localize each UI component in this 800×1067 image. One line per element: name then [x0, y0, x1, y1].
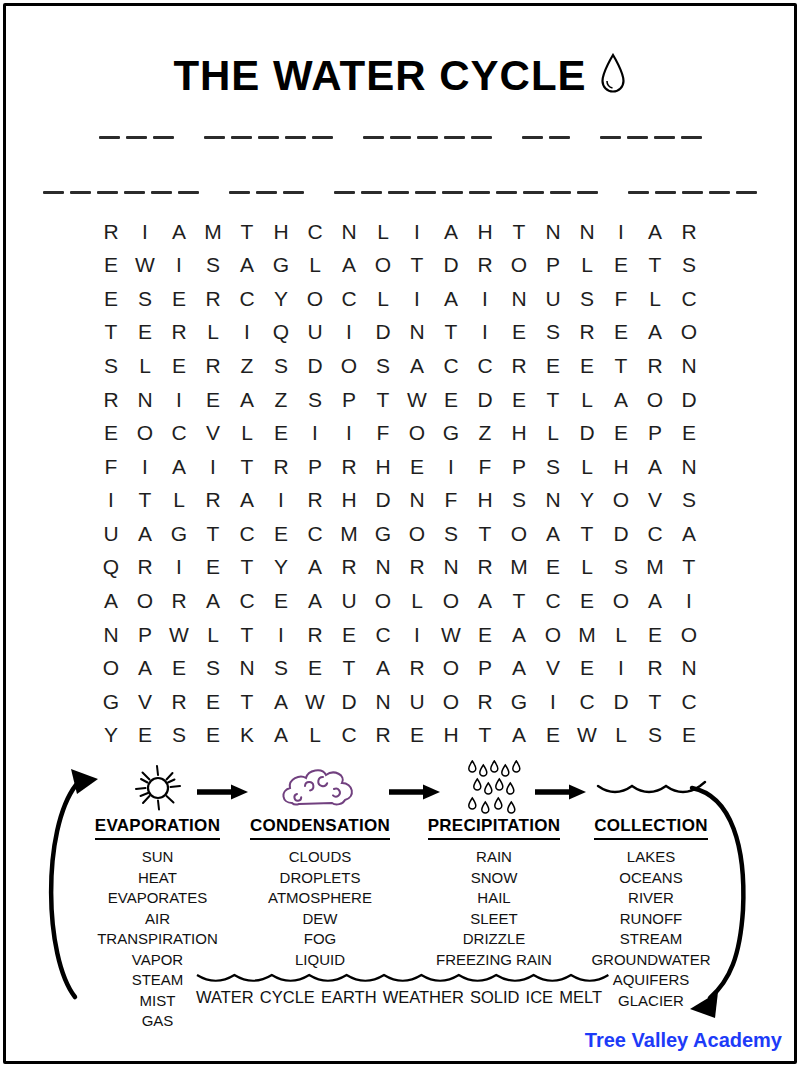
- blank-dash: [655, 191, 676, 194]
- grid-cell: T: [400, 249, 434, 283]
- word-list-item: DEW: [268, 909, 372, 930]
- grid-cell: G: [94, 685, 128, 719]
- grid-cell: I: [400, 215, 434, 249]
- category-header: EVAPORATION: [95, 816, 220, 840]
- grid-cell: C: [570, 685, 604, 719]
- grid-cell: W: [434, 618, 468, 652]
- grid-cell: T: [332, 651, 366, 685]
- grid-cell: A: [502, 651, 536, 685]
- grid-cell: P: [502, 450, 536, 484]
- grid-cell: T: [230, 551, 264, 585]
- grid-cell: E: [162, 349, 196, 383]
- grid-cell: A: [298, 551, 332, 585]
- blank-dash: [124, 191, 145, 194]
- grid-cell: N: [672, 450, 706, 484]
- grid-cell: Y: [94, 718, 128, 752]
- grid-cell: P: [298, 450, 332, 484]
- grid-cell: N: [128, 383, 162, 417]
- grid-cell: N: [672, 349, 706, 383]
- grid-cell: S: [638, 718, 672, 752]
- blank-dash: [99, 136, 120, 139]
- blank-word: [229, 191, 304, 194]
- grid-cell: T: [672, 551, 706, 585]
- extra-word: WATER: [196, 988, 254, 1007]
- grid-cell: C: [536, 584, 570, 618]
- blank-dash: [178, 191, 199, 194]
- right-arrow-icon: [196, 784, 248, 804]
- grid-cell: D: [298, 349, 332, 383]
- grid-cell: E: [502, 316, 536, 350]
- grid-cell: P: [536, 249, 570, 283]
- grid-cell: O: [502, 517, 536, 551]
- grid-cell: T: [230, 685, 264, 719]
- grid-cell: N: [536, 215, 570, 249]
- extra-word: ICE: [526, 988, 554, 1007]
- grid-cell: T: [366, 383, 400, 417]
- grid-cell: I: [332, 316, 366, 350]
- grid-cell: A: [604, 383, 638, 417]
- blank-dash: [654, 136, 675, 139]
- grid-cell: H: [502, 416, 536, 450]
- blank-dash: [736, 191, 757, 194]
- grid-cell: P: [128, 618, 162, 652]
- blank-dash: [285, 136, 306, 139]
- grid-cell: H: [468, 215, 502, 249]
- grid-cell: E: [604, 316, 638, 350]
- grid-cell: L: [570, 551, 604, 585]
- grid-cell: E: [196, 383, 230, 417]
- grid-cell: O: [536, 618, 570, 652]
- grid-cell: T: [536, 383, 570, 417]
- grid-cell: G: [366, 517, 400, 551]
- grid-cell: I: [400, 618, 434, 652]
- grid-cell: T: [230, 450, 264, 484]
- blank-dash: [334, 191, 355, 194]
- grid-cell: A: [128, 651, 162, 685]
- grid-cell: W: [162, 618, 196, 652]
- blank-dash: [256, 191, 277, 194]
- blank-dash: [471, 136, 492, 139]
- grid-cell: A: [298, 584, 332, 618]
- grid-cell: E: [94, 416, 128, 450]
- grid-cell: I: [162, 551, 196, 585]
- word-list-item: SLEET: [436, 909, 552, 930]
- title-row: THE WATER CYCLE: [0, 52, 800, 100]
- blank-dash: [126, 136, 147, 139]
- blank-dash: [628, 191, 649, 194]
- grid-cell: A: [230, 249, 264, 283]
- grid-cell: F: [604, 282, 638, 316]
- grid-cell: R: [570, 316, 604, 350]
- grid-cell: L: [366, 215, 400, 249]
- grid-cell: T: [468, 718, 502, 752]
- grid-cell: A: [502, 718, 536, 752]
- grid-cell: D: [366, 484, 400, 518]
- grid-cell: C: [332, 282, 366, 316]
- grid-cell: R: [400, 551, 434, 585]
- grid-cell: E: [468, 618, 502, 652]
- blank-word: [334, 191, 598, 194]
- grid-cell: E: [264, 517, 298, 551]
- word-list-item: TRANSPIRATION: [97, 929, 218, 950]
- grid-cell: I: [128, 450, 162, 484]
- grid-cell: E: [298, 651, 332, 685]
- blank-dash: [417, 136, 438, 139]
- grid-cell: E: [434, 383, 468, 417]
- grid-cell: R: [298, 484, 332, 518]
- grid-cell: G: [434, 416, 468, 450]
- grid-cell: O: [604, 484, 638, 518]
- grid-cell: O: [332, 349, 366, 383]
- blank-dash: [97, 191, 118, 194]
- grid-cell: I: [468, 282, 502, 316]
- blank-dash: [312, 136, 333, 139]
- extra-word: WEATHER: [383, 988, 464, 1007]
- grid-cell: N: [570, 215, 604, 249]
- blank-dash: [231, 136, 252, 139]
- grid-cell: T: [196, 517, 230, 551]
- grid-cell: A: [94, 584, 128, 618]
- grid-cell: K: [230, 718, 264, 752]
- grid-cell: C: [230, 282, 264, 316]
- grid-cell: L: [298, 718, 332, 752]
- grid-cell: U: [400, 685, 434, 719]
- grid-cell: S: [536, 316, 570, 350]
- grid-cell: L: [230, 416, 264, 450]
- grid-cell: E: [672, 718, 706, 752]
- grid-cell: R: [468, 551, 502, 585]
- word-list-item: SUN: [97, 847, 218, 868]
- grid-cell: R: [162, 685, 196, 719]
- grid-cell: S: [434, 517, 468, 551]
- grid-cell: C: [230, 584, 264, 618]
- grid-cell: N: [400, 316, 434, 350]
- word-list-item: CLOUDS: [268, 847, 372, 868]
- grid-cell: R: [400, 651, 434, 685]
- word-list-item: GAS: [97, 1011, 218, 1032]
- grid-cell: C: [672, 282, 706, 316]
- grid-cell: C: [638, 517, 672, 551]
- blank-dash: [442, 191, 463, 194]
- grid-cell: M: [638, 551, 672, 585]
- grid-cell: A: [196, 584, 230, 618]
- grid-cell: Y: [264, 282, 298, 316]
- grid-cell: T: [502, 215, 536, 249]
- blank-dash: [258, 136, 279, 139]
- blank-dash: [469, 191, 490, 194]
- grid-cell: E: [332, 618, 366, 652]
- grid-cell: G: [264, 249, 298, 283]
- grid-cell: R: [332, 450, 366, 484]
- grid-cell: I: [264, 484, 298, 518]
- grid-cell: E: [162, 282, 196, 316]
- cloud-icon: [278, 762, 362, 814]
- grid-cell: L: [604, 618, 638, 652]
- grid-cell: C: [468, 349, 502, 383]
- grid-cell: I: [264, 618, 298, 652]
- grid-cell: Y: [264, 551, 298, 585]
- blank-dash: [627, 136, 648, 139]
- grid-cell: O: [502, 249, 536, 283]
- grid-cell: M: [502, 551, 536, 585]
- grid-cell: R: [366, 718, 400, 752]
- fill-in-line-1: [0, 136, 800, 139]
- grid-cell: M: [332, 517, 366, 551]
- grid-cell: E: [536, 349, 570, 383]
- blank-dash: [361, 191, 382, 194]
- grid-cell: S: [94, 349, 128, 383]
- word-list-item: LIQUID: [268, 950, 372, 971]
- grid-cell: A: [366, 651, 400, 685]
- grid-cell: L: [604, 718, 638, 752]
- grid-cell: R: [332, 551, 366, 585]
- blank-dash: [523, 191, 544, 194]
- grid-cell: E: [502, 383, 536, 417]
- grid-cell: Z: [230, 349, 264, 383]
- grid-cell: D: [468, 383, 502, 417]
- blank-dash: [283, 191, 304, 194]
- blank-dash: [388, 191, 409, 194]
- grid-cell: R: [298, 618, 332, 652]
- blank-dash: [600, 136, 621, 139]
- blank-word: [43, 191, 199, 194]
- grid-cell: N: [332, 215, 366, 249]
- grid-cell: V: [196, 416, 230, 450]
- grid-cell: S: [536, 450, 570, 484]
- grid-cell: T: [638, 249, 672, 283]
- grid-cell: A: [502, 618, 536, 652]
- grid-cell: O: [400, 517, 434, 551]
- grid-cell: D: [604, 685, 638, 719]
- right-arrow-icon: [388, 784, 440, 804]
- grid-cell: E: [570, 349, 604, 383]
- blank-dash: [229, 191, 250, 194]
- grid-cell: E: [128, 718, 162, 752]
- grid-cell: O: [672, 316, 706, 350]
- grid-cell: I: [162, 383, 196, 417]
- grid-cell: D: [332, 685, 366, 719]
- grid-cell: O: [400, 416, 434, 450]
- grid-cell: R: [264, 450, 298, 484]
- word-list-item: VAPOR: [97, 950, 218, 971]
- grid-cell: E: [128, 316, 162, 350]
- grid-cell: I: [230, 316, 264, 350]
- grid-cell: C: [162, 416, 196, 450]
- grid-cell: E: [604, 416, 638, 450]
- grid-cell: I: [94, 484, 128, 518]
- grid-cell: N: [366, 551, 400, 585]
- grid-cell: O: [298, 282, 332, 316]
- credit-text: Tree Valley Academy: [585, 1029, 782, 1052]
- grid-cell: T: [468, 517, 502, 551]
- blank-dash: [444, 136, 465, 139]
- grid-cell: E: [94, 249, 128, 283]
- grid-cell: R: [94, 215, 128, 249]
- grid-cell: A: [638, 215, 672, 249]
- grid-cell: I: [604, 651, 638, 685]
- grid-cell: S: [672, 484, 706, 518]
- grid-cell: E: [196, 685, 230, 719]
- grid-cell: V: [638, 484, 672, 518]
- grid-cell: A: [672, 517, 706, 551]
- grid-cell: F: [94, 450, 128, 484]
- word-list-item: AIR: [97, 909, 218, 930]
- grid-cell: A: [638, 450, 672, 484]
- grid-cell: P: [638, 416, 672, 450]
- grid-cell: U: [332, 584, 366, 618]
- blank-dash: [390, 136, 411, 139]
- grid-cell: I: [468, 316, 502, 350]
- blank-dash: [709, 191, 730, 194]
- word-list-item: ATMOSPHERE: [268, 888, 372, 909]
- grid-cell: Q: [94, 551, 128, 585]
- blank-dash: [549, 136, 570, 139]
- grid-cell: R: [638, 349, 672, 383]
- grid-cell: I: [332, 416, 366, 450]
- blank-word: [363, 136, 492, 139]
- grid-cell: L: [196, 618, 230, 652]
- grid-cell: R: [162, 584, 196, 618]
- grid-cell: D: [434, 249, 468, 283]
- rain-icon: [465, 762, 523, 814]
- grid-cell: A: [468, 584, 502, 618]
- word-list-item: RAIN: [436, 847, 552, 868]
- blank-word: [628, 191, 757, 194]
- fill-in-line-2: [0, 191, 800, 194]
- grid-cell: C: [434, 349, 468, 383]
- grid-cell: U: [298, 316, 332, 350]
- grid-cell: L: [162, 484, 196, 518]
- cycle-column-condensation: CONDENSATION CLOUDSDROPLETSATMOSPHEREDEW…: [237, 762, 403, 970]
- grid-cell: H: [604, 450, 638, 484]
- grid-cell: C: [672, 685, 706, 719]
- grid-cell: H: [366, 450, 400, 484]
- word-list-item: FREEZING RAIN: [436, 950, 552, 971]
- grid-cell: S: [502, 484, 536, 518]
- grid-cell: I: [672, 584, 706, 618]
- extra-word: SOLID: [470, 988, 520, 1007]
- grid-cell: D: [570, 416, 604, 450]
- extra-word: EARTH: [321, 988, 377, 1007]
- grid-cell: L: [570, 249, 604, 283]
- extra-word: CYCLE: [260, 988, 315, 1007]
- word-list-item: EVAPORATES: [97, 888, 218, 909]
- word-list-item: SNOW: [436, 868, 552, 889]
- grid-cell: E: [638, 618, 672, 652]
- grid-cell: T: [230, 618, 264, 652]
- grid-cell: O: [604, 584, 638, 618]
- word-list-item: HEAT: [97, 868, 218, 889]
- grid-cell: I: [604, 215, 638, 249]
- sun-icon: [130, 762, 186, 814]
- grid-cell: I: [128, 215, 162, 249]
- grid-cell: A: [162, 450, 196, 484]
- blank-dash: [522, 136, 543, 139]
- grid-cell: S: [570, 282, 604, 316]
- grid-cell: H: [468, 484, 502, 518]
- grid-cell: S: [672, 249, 706, 283]
- grid-cell: R: [162, 316, 196, 350]
- grid-cell: O: [94, 651, 128, 685]
- blank-dash: [204, 136, 225, 139]
- grid-cell: E: [196, 551, 230, 585]
- grid-cell: E: [536, 551, 570, 585]
- grid-cell: T: [502, 584, 536, 618]
- grid-cell: I: [162, 249, 196, 283]
- grid-cell: L: [638, 282, 672, 316]
- grid-cell: S: [604, 551, 638, 585]
- grid-cell: F: [434, 484, 468, 518]
- grid-cell: C: [366, 618, 400, 652]
- grid-cell: L: [128, 349, 162, 383]
- blank-dash: [681, 136, 702, 139]
- page-title: THE WATER CYCLE: [173, 52, 586, 100]
- grid-cell: A: [638, 584, 672, 618]
- grid-cell: R: [468, 685, 502, 719]
- blank-dash: [363, 136, 384, 139]
- grid-cell: V: [128, 685, 162, 719]
- grid-cell: N: [230, 651, 264, 685]
- grid-cell: N: [502, 282, 536, 316]
- cycle-arrow-down-icon: [688, 782, 760, 1022]
- grid-cell: O: [672, 618, 706, 652]
- grid-cell: D: [672, 383, 706, 417]
- grid-cell: I: [298, 416, 332, 450]
- blank-dash: [151, 191, 172, 194]
- grid-cell: A: [332, 249, 366, 283]
- blank-dash: [550, 191, 571, 194]
- grid-cell: O: [434, 651, 468, 685]
- category-word-list: CLOUDSDROPLETSATMOSPHEREDEWFOGLIQUID: [268, 847, 372, 970]
- grid-cell: A: [638, 316, 672, 350]
- grid-cell: F: [468, 450, 502, 484]
- grid-cell: W: [128, 249, 162, 283]
- grid-cell: T: [230, 215, 264, 249]
- grid-cell: S: [298, 383, 332, 417]
- word-list-item: FOG: [268, 929, 372, 950]
- grid-cell: O: [366, 249, 400, 283]
- grid-cell: U: [536, 282, 570, 316]
- grid-cell: P: [332, 383, 366, 417]
- grid-cell: V: [536, 651, 570, 685]
- grid-cell: L: [570, 383, 604, 417]
- grid-cell: E: [604, 249, 638, 283]
- grid-cell: S: [196, 249, 230, 283]
- grid-cell: M: [570, 618, 604, 652]
- grid-cell: H: [434, 718, 468, 752]
- blank-word: [99, 136, 174, 139]
- extra-word: MELT: [559, 988, 602, 1007]
- grid-cell: Z: [468, 416, 502, 450]
- grid-cell: G: [162, 517, 196, 551]
- grid-cell: R: [94, 383, 128, 417]
- grid-cell: A: [264, 718, 298, 752]
- grid-cell: C: [298, 215, 332, 249]
- blank-word: [204, 136, 333, 139]
- grid-cell: D: [366, 316, 400, 350]
- grid-cell: I: [536, 685, 570, 719]
- grid-cell: W: [400, 383, 434, 417]
- blank-dash: [415, 191, 436, 194]
- grid-cell: A: [264, 685, 298, 719]
- category-header: PRECIPITATION: [428, 816, 561, 840]
- grid-cell: E: [400, 718, 434, 752]
- cycle-arrow-up-icon: [40, 765, 112, 1011]
- grid-cell: O: [434, 584, 468, 618]
- word-search-grid: RIAMTHCNLIAHTNNIAREWISAGLAOTDROPLETSESER…: [94, 215, 706, 752]
- grid-cell: E: [264, 416, 298, 450]
- grid-cell: O: [434, 685, 468, 719]
